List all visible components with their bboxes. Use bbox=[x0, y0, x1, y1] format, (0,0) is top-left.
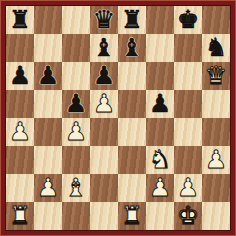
square-g2[interactable]: ♟ bbox=[174, 174, 202, 202]
square-g1[interactable]: ♚ bbox=[174, 202, 202, 230]
square-g3[interactable] bbox=[174, 146, 202, 174]
black-bishop[interactable]: ♝ bbox=[93, 34, 115, 62]
white-queen[interactable]: ♛ bbox=[205, 62, 227, 90]
black-queen[interactable]: ♛ bbox=[93, 6, 115, 34]
black-rook[interactable]: ♜ bbox=[9, 6, 31, 34]
white-pawn[interactable]: ♟ bbox=[177, 174, 199, 202]
square-h5[interactable] bbox=[202, 90, 230, 118]
square-f5[interactable]: ♟ bbox=[146, 90, 174, 118]
square-f4[interactable] bbox=[146, 118, 174, 146]
square-d6[interactable]: ♟ bbox=[90, 62, 118, 90]
square-f7[interactable] bbox=[146, 34, 174, 62]
square-h4[interactable] bbox=[202, 118, 230, 146]
square-d5[interactable]: ♟ bbox=[90, 90, 118, 118]
square-h7[interactable]: ♞ bbox=[202, 34, 230, 62]
board-frame: ♜♛♜♚♝♝♞♟♟♟♛♟♟♟♟♟♞♟♟♝♟♟♜♜♚ bbox=[0, 0, 236, 236]
square-a6[interactable]: ♟ bbox=[6, 62, 34, 90]
square-e8[interactable]: ♜ bbox=[118, 6, 146, 34]
square-f6[interactable] bbox=[146, 62, 174, 90]
square-b2[interactable]: ♟ bbox=[34, 174, 62, 202]
square-a1[interactable]: ♜ bbox=[6, 202, 34, 230]
square-h6[interactable]: ♛ bbox=[202, 62, 230, 90]
white-knight[interactable]: ♞ bbox=[149, 146, 171, 174]
square-e6[interactable] bbox=[118, 62, 146, 90]
white-pawn[interactable]: ♟ bbox=[9, 118, 31, 146]
black-pawn[interactable]: ♟ bbox=[93, 62, 115, 90]
square-b4[interactable] bbox=[34, 118, 62, 146]
square-c6[interactable] bbox=[62, 62, 90, 90]
square-d3[interactable] bbox=[90, 146, 118, 174]
square-a7[interactable] bbox=[6, 34, 34, 62]
square-b7[interactable] bbox=[34, 34, 62, 62]
square-c3[interactable] bbox=[62, 146, 90, 174]
white-rook[interactable]: ♜ bbox=[9, 202, 31, 230]
black-rook[interactable]: ♜ bbox=[121, 6, 143, 34]
square-b3[interactable] bbox=[34, 146, 62, 174]
white-pawn[interactable]: ♟ bbox=[149, 174, 171, 202]
square-h8[interactable] bbox=[202, 6, 230, 34]
square-f1[interactable] bbox=[146, 202, 174, 230]
square-e3[interactable] bbox=[118, 146, 146, 174]
white-pawn[interactable]: ♟ bbox=[93, 90, 115, 118]
square-g6[interactable] bbox=[174, 62, 202, 90]
square-f2[interactable]: ♟ bbox=[146, 174, 174, 202]
black-pawn[interactable]: ♟ bbox=[65, 90, 87, 118]
square-g7[interactable] bbox=[174, 34, 202, 62]
square-b1[interactable] bbox=[34, 202, 62, 230]
square-g8[interactable]: ♚ bbox=[174, 6, 202, 34]
white-pawn[interactable]: ♟ bbox=[65, 118, 87, 146]
black-bishop[interactable]: ♝ bbox=[121, 34, 143, 62]
chess-board-screenshot: ♜♛♜♚♝♝♞♟♟♟♛♟♟♟♟♟♞♟♟♝♟♟♜♜♚ bbox=[0, 0, 236, 236]
square-d7[interactable]: ♝ bbox=[90, 34, 118, 62]
square-a4[interactable]: ♟ bbox=[6, 118, 34, 146]
square-a5[interactable] bbox=[6, 90, 34, 118]
square-f3[interactable]: ♞ bbox=[146, 146, 174, 174]
square-h2[interactable] bbox=[202, 174, 230, 202]
square-d1[interactable] bbox=[90, 202, 118, 230]
square-a8[interactable]: ♜ bbox=[6, 6, 34, 34]
square-c5[interactable]: ♟ bbox=[62, 90, 90, 118]
square-c4[interactable]: ♟ bbox=[62, 118, 90, 146]
black-pawn[interactable]: ♟ bbox=[37, 62, 59, 90]
square-g5[interactable] bbox=[174, 90, 202, 118]
square-h1[interactable] bbox=[202, 202, 230, 230]
square-c8[interactable] bbox=[62, 6, 90, 34]
white-pawn[interactable]: ♟ bbox=[205, 146, 227, 174]
square-a3[interactable] bbox=[6, 146, 34, 174]
square-c7[interactable] bbox=[62, 34, 90, 62]
white-king[interactable]: ♚ bbox=[177, 202, 199, 230]
square-c1[interactable] bbox=[62, 202, 90, 230]
square-e1[interactable]: ♜ bbox=[118, 202, 146, 230]
square-e7[interactable]: ♝ bbox=[118, 34, 146, 62]
square-e5[interactable] bbox=[118, 90, 146, 118]
square-d2[interactable] bbox=[90, 174, 118, 202]
white-rook[interactable]: ♜ bbox=[121, 202, 143, 230]
square-b8[interactable] bbox=[34, 6, 62, 34]
black-knight[interactable]: ♞ bbox=[205, 34, 227, 62]
black-king[interactable]: ♚ bbox=[177, 6, 199, 34]
square-b6[interactable]: ♟ bbox=[34, 62, 62, 90]
square-a2[interactable] bbox=[6, 174, 34, 202]
square-f8[interactable] bbox=[146, 6, 174, 34]
square-d4[interactable] bbox=[90, 118, 118, 146]
square-g4[interactable] bbox=[174, 118, 202, 146]
square-b5[interactable] bbox=[34, 90, 62, 118]
board-grid: ♜♛♜♚♝♝♞♟♟♟♛♟♟♟♟♟♞♟♟♝♟♟♜♜♚ bbox=[6, 6, 230, 230]
square-h3[interactable]: ♟ bbox=[202, 146, 230, 174]
black-pawn[interactable]: ♟ bbox=[9, 62, 31, 90]
square-c2[interactable]: ♝ bbox=[62, 174, 90, 202]
white-bishop[interactable]: ♝ bbox=[65, 174, 87, 202]
white-pawn[interactable]: ♟ bbox=[37, 174, 59, 202]
square-d8[interactable]: ♛ bbox=[90, 6, 118, 34]
black-pawn[interactable]: ♟ bbox=[149, 90, 171, 118]
square-e4[interactable] bbox=[118, 118, 146, 146]
square-e2[interactable] bbox=[118, 174, 146, 202]
